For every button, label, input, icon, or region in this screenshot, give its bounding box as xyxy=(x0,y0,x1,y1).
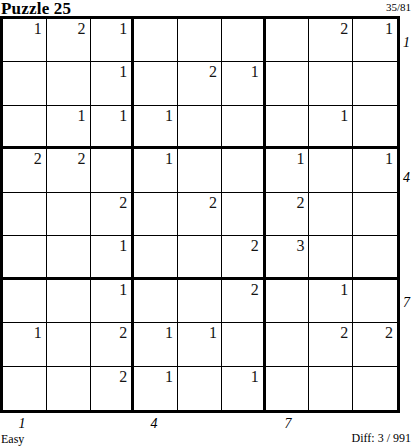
cell-r7c6[interactable]: 2 xyxy=(222,280,266,323)
cell-r2c1[interactable] xyxy=(3,62,47,105)
cell-clue: 2 xyxy=(119,195,127,211)
cell-clue: 3 xyxy=(296,238,304,254)
cell-r3c8[interactable]: 1 xyxy=(309,106,353,149)
cell-r7c8[interactable]: 1 xyxy=(309,280,353,323)
cell-clue: 2 xyxy=(296,195,304,211)
cell-r7c3[interactable]: 1 xyxy=(91,280,135,323)
cell-r2c6[interactable]: 1 xyxy=(222,62,266,105)
cell-r6c4[interactable] xyxy=(134,236,178,279)
cell-r6c6[interactable]: 2 xyxy=(222,236,266,279)
cell-r8c2[interactable] xyxy=(47,323,91,366)
cell-r7c9[interactable] xyxy=(353,280,397,323)
cell-clue: 2 xyxy=(209,64,217,80)
cell-r8c9[interactable]: 2 xyxy=(353,323,397,366)
cell-r8c8[interactable]: 2 xyxy=(309,323,353,366)
cell-r1c8[interactable]: 2 xyxy=(309,19,353,62)
row-label-7: 7 xyxy=(403,296,410,310)
cell-r9c1[interactable] xyxy=(3,367,47,410)
row-label-1: 1 xyxy=(403,36,410,50)
cell-r1c1[interactable]: 1 xyxy=(3,19,47,62)
cell-r8c3[interactable]: 2 xyxy=(91,323,135,366)
cell-r5c6[interactable] xyxy=(222,193,266,236)
cell-r1c6[interactable] xyxy=(222,19,266,62)
cell-r6c5[interactable] xyxy=(178,236,222,279)
cell-r3c5[interactable] xyxy=(178,106,222,149)
cell-r8c5[interactable]: 1 xyxy=(178,323,222,366)
cell-r1c2[interactable]: 2 xyxy=(47,19,91,62)
cell-clue: 1 xyxy=(340,108,348,124)
cell-r5c4[interactable] xyxy=(134,193,178,236)
cell-clue: 1 xyxy=(165,151,173,167)
cell-r4c3[interactable] xyxy=(91,149,135,192)
cell-r4c9[interactable]: 1 xyxy=(353,149,397,192)
cell-r7c1[interactable] xyxy=(3,280,47,323)
difficulty-stats: Diff: 3 / 991 xyxy=(352,431,411,446)
cell-clue: 2 xyxy=(78,151,86,167)
cell-r2c5[interactable]: 2 xyxy=(178,62,222,105)
cell-clue: 1 xyxy=(385,151,393,167)
cell-clue: 1 xyxy=(78,108,86,124)
cell-r6c8[interactable] xyxy=(309,236,353,279)
cell-r6c3[interactable]: 1 xyxy=(91,236,135,279)
cell-r5c1[interactable] xyxy=(3,193,47,236)
cell-r3c9[interactable] xyxy=(353,106,397,149)
cell-r9c7[interactable] xyxy=(266,367,310,410)
puzzle-grid: 12121121111122111222123121121122211 xyxy=(0,16,400,413)
cell-clue: 2 xyxy=(340,325,348,341)
cell-r2c8[interactable] xyxy=(309,62,353,105)
cell-r2c3[interactable]: 1 xyxy=(91,62,135,105)
cell-clue: 2 xyxy=(78,21,86,37)
cell-clue: 1 xyxy=(119,282,127,298)
cell-clue: 2 xyxy=(251,238,259,254)
cell-r1c5[interactable] xyxy=(178,19,222,62)
cell-r4c2[interactable]: 2 xyxy=(47,149,91,192)
cell-r7c4[interactable] xyxy=(134,280,178,323)
cell-r4c7[interactable]: 1 xyxy=(266,149,310,192)
cell-r3c7[interactable] xyxy=(266,106,310,149)
cell-r5c7[interactable]: 2 xyxy=(266,193,310,236)
cell-r6c2[interactable] xyxy=(47,236,91,279)
cell-clue: 1 xyxy=(34,21,42,37)
cell-clue: 1 xyxy=(165,325,173,341)
cell-clue: 2 xyxy=(209,195,217,211)
cell-r2c4[interactable] xyxy=(134,62,178,105)
cell-r8c4[interactable]: 1 xyxy=(134,323,178,366)
cell-r5c5[interactable]: 2 xyxy=(178,193,222,236)
cell-clue: 2 xyxy=(34,151,42,167)
cell-clue: 2 xyxy=(119,369,127,385)
cell-clue: 2 xyxy=(119,325,127,341)
cell-clue: 1 xyxy=(209,325,217,341)
cell-clue: 1 xyxy=(385,21,393,37)
cell-r9c9[interactable] xyxy=(353,367,397,410)
cell-r9c3[interactable]: 2 xyxy=(91,367,135,410)
cell-r5c3[interactable]: 2 xyxy=(91,193,135,236)
cell-r2c7[interactable] xyxy=(266,62,310,105)
col-label-1: 1 xyxy=(19,417,26,431)
cell-r3c1[interactable] xyxy=(3,106,47,149)
cell-clue: 2 xyxy=(385,325,393,341)
cell-r6c1[interactable] xyxy=(3,236,47,279)
cell-r9c4[interactable]: 1 xyxy=(134,367,178,410)
cell-r3c6[interactable] xyxy=(222,106,266,149)
cell-r8c1[interactable]: 1 xyxy=(3,323,47,366)
cell-r5c9[interactable] xyxy=(353,193,397,236)
cell-clue: 1 xyxy=(251,64,259,80)
cell-r6c9[interactable] xyxy=(353,236,397,279)
givens-counter: 35/81 xyxy=(386,1,411,13)
cell-clue: 1 xyxy=(119,108,127,124)
cell-clue: 1 xyxy=(34,325,42,341)
cell-r3c4[interactable]: 1 xyxy=(134,106,178,149)
cell-r1c4[interactable] xyxy=(134,19,178,62)
cell-clue: 1 xyxy=(296,151,304,167)
cell-r1c7[interactable] xyxy=(266,19,310,62)
cell-r9c8[interactable] xyxy=(309,367,353,410)
cell-clue: 1 xyxy=(340,282,348,298)
cell-r7c7[interactable] xyxy=(266,280,310,323)
puzzle-page: Puzzle 25 35/81 121211211111221112221231… xyxy=(0,0,412,446)
cell-clue: 1 xyxy=(119,21,127,37)
cell-r9c2[interactable] xyxy=(47,367,91,410)
cell-r1c9[interactable]: 1 xyxy=(353,19,397,62)
cell-r5c8[interactable] xyxy=(309,193,353,236)
cell-r8c6[interactable] xyxy=(222,323,266,366)
col-label-4: 4 xyxy=(151,417,158,431)
cell-r2c9[interactable] xyxy=(353,62,397,105)
cell-r4c1[interactable]: 2 xyxy=(3,149,47,192)
cell-r6c7[interactable]: 3 xyxy=(266,236,310,279)
cell-r2c2[interactable] xyxy=(47,62,91,105)
cell-r8c7[interactable] xyxy=(266,323,310,366)
cell-r3c3[interactable]: 1 xyxy=(91,106,135,149)
cell-r9c5[interactable] xyxy=(178,367,222,410)
cell-clue: 2 xyxy=(340,21,348,37)
cell-r4c6[interactable] xyxy=(222,149,266,192)
cell-clue: 1 xyxy=(165,369,173,385)
cell-clue: 2 xyxy=(251,282,259,298)
difficulty-label: Easy xyxy=(1,432,24,446)
cell-r7c5[interactable] xyxy=(178,280,222,323)
cell-clue: 1 xyxy=(119,238,127,254)
cell-r7c2[interactable] xyxy=(47,280,91,323)
cell-clue: 1 xyxy=(165,108,173,124)
row-label-4: 4 xyxy=(403,171,410,185)
col-label-7: 7 xyxy=(285,417,292,431)
cell-r1c3[interactable]: 1 xyxy=(91,19,135,62)
cell-clue: 1 xyxy=(119,64,127,80)
cell-r4c8[interactable] xyxy=(309,149,353,192)
cell-r9c6[interactable]: 1 xyxy=(222,367,266,410)
cell-r4c4[interactable]: 1 xyxy=(134,149,178,192)
cell-clue: 1 xyxy=(251,369,259,385)
cell-r4c5[interactable] xyxy=(178,149,222,192)
cell-r5c2[interactable] xyxy=(47,193,91,236)
cell-r3c2[interactable]: 1 xyxy=(47,106,91,149)
